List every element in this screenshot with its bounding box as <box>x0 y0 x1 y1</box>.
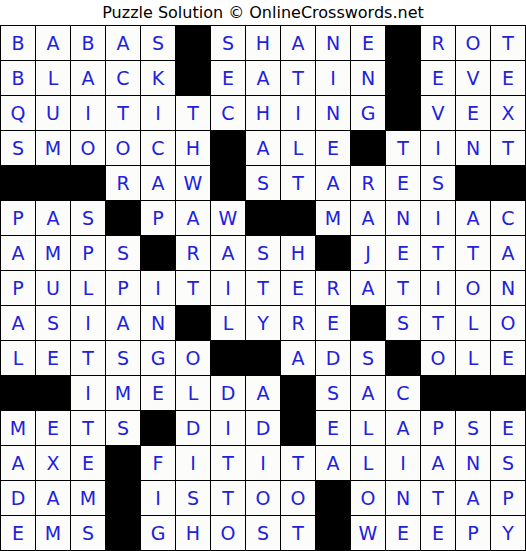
black-cell-r5c3 <box>71 166 106 201</box>
letter-cell-r3c10: N <box>316 96 351 131</box>
black-cell-r11c13 <box>421 376 456 411</box>
black-cell-r6c9 <box>281 201 316 236</box>
letter-cell-r11c12: C <box>386 376 421 411</box>
letter-cell-r10c13: O <box>421 341 456 376</box>
letter-cell-r6c7: W <box>211 201 246 236</box>
black-cell-r11c1 <box>1 376 36 411</box>
letter-cell-r2c13: E <box>421 61 456 96</box>
letter-cell-r15c13: E <box>421 516 456 551</box>
letter-cell-r13c1: A <box>1 446 36 481</box>
black-cell-r9c6 <box>176 306 211 341</box>
letter-cell-r15c7: O <box>211 516 246 551</box>
letter-cell-r6c11: A <box>351 201 386 236</box>
letter-cell-r14c14: A <box>456 481 491 516</box>
letter-cell-r15c14: P <box>456 516 491 551</box>
letter-cell-r12c12: A <box>386 411 421 446</box>
letter-cell-r8c11: A <box>351 271 386 306</box>
letter-cell-r2c2: L <box>36 61 71 96</box>
letter-cell-r6c5: P <box>141 201 176 236</box>
letter-cell-r7c14: T <box>456 236 491 271</box>
letter-cell-r3c7: C <box>211 96 246 131</box>
letter-cell-r7c9: H <box>281 236 316 271</box>
letter-cell-r9c9: R <box>281 306 316 341</box>
letter-cell-r8c14: O <box>456 271 491 306</box>
letter-cell-r5c12: E <box>386 166 421 201</box>
letter-cell-r10c1: L <box>1 341 36 376</box>
letter-cell-r12c7: I <box>211 411 246 446</box>
letter-cell-r13c15: S <box>491 446 526 481</box>
letter-cell-r14c6: S <box>176 481 211 516</box>
letter-cell-r9c1: A <box>1 306 36 341</box>
letter-cell-r15c1: E <box>1 516 36 551</box>
letter-cell-r15c11: W <box>351 516 386 551</box>
letter-cell-r3c9: I <box>281 96 316 131</box>
letter-cell-r11c10: S <box>316 376 351 411</box>
letter-cell-r9c4: A <box>106 306 141 341</box>
letter-cell-r15c6: H <box>176 516 211 551</box>
letter-cell-r3c11: G <box>351 96 386 131</box>
letter-cell-r13c9: T <box>281 446 316 481</box>
letter-cell-r1c5: S <box>141 26 176 61</box>
letter-cell-r14c12: N <box>386 481 421 516</box>
letter-cell-r12c6: D <box>176 411 211 446</box>
black-cell-r15c4 <box>106 516 141 551</box>
black-cell-r5c2 <box>36 166 71 201</box>
black-cell-r9c11 <box>351 306 386 341</box>
letter-cell-r12c4: S <box>106 411 141 446</box>
black-cell-r13c4 <box>106 446 141 481</box>
letter-cell-r2c1: B <box>1 61 36 96</box>
letter-cell-r8c6: T <box>176 271 211 306</box>
letter-cell-r4c12: T <box>386 131 421 166</box>
letter-cell-r11c6: L <box>176 376 211 411</box>
letter-cell-r2c5: K <box>141 61 176 96</box>
letter-cell-r15c12: E <box>386 516 421 551</box>
letter-cell-r10c3: T <box>71 341 106 376</box>
letter-cell-r12c10: E <box>316 411 351 446</box>
black-cell-r12c5 <box>141 411 176 446</box>
letter-cell-r1c13: R <box>421 26 456 61</box>
letter-cell-r1c4: A <box>106 26 141 61</box>
letter-cell-r15c9: T <box>281 516 316 551</box>
letter-cell-r13c7: T <box>211 446 246 481</box>
letter-cell-r13c14: N <box>456 446 491 481</box>
letter-cell-r8c7: I <box>211 271 246 306</box>
letter-cell-r6c14: A <box>456 201 491 236</box>
letter-cell-r1c8: H <box>246 26 281 61</box>
letter-cell-r3c14: E <box>456 96 491 131</box>
letter-cell-r2c9: T <box>281 61 316 96</box>
letter-cell-r9c14: L <box>456 306 491 341</box>
letter-cell-r10c15: E <box>491 341 526 376</box>
letter-cell-r7c15: A <box>491 236 526 271</box>
letter-cell-r9c15: O <box>491 306 526 341</box>
black-cell-r5c15 <box>491 166 526 201</box>
letter-cell-r4c5: C <box>141 131 176 166</box>
black-cell-r14c4 <box>106 481 141 516</box>
letter-cell-r8c5: I <box>141 271 176 306</box>
letter-cell-r8c2: U <box>36 271 71 306</box>
letter-cell-r3c4: T <box>106 96 141 131</box>
letter-cell-r5c11: R <box>351 166 386 201</box>
black-cell-r5c1 <box>1 166 36 201</box>
letter-cell-r10c4: S <box>106 341 141 376</box>
letter-cell-r13c2: X <box>36 446 71 481</box>
letter-cell-r5c9: T <box>281 166 316 201</box>
letter-cell-r4c4: O <box>106 131 141 166</box>
letter-cell-r1c14: O <box>456 26 491 61</box>
letter-cell-r1c1: B <box>1 26 36 61</box>
letter-cell-r6c2: A <box>36 201 71 236</box>
letter-cell-r11c4: M <box>106 376 141 411</box>
letter-cell-r12c2: E <box>36 411 71 446</box>
letter-cell-r10c14: L <box>456 341 491 376</box>
letter-cell-r13c13: A <box>421 446 456 481</box>
letter-cell-r7c6: R <box>176 236 211 271</box>
page: Puzzle Solution © OnlineCrosswords.net B… <box>0 0 526 551</box>
black-cell-r10c12 <box>386 341 421 376</box>
black-cell-r6c4 <box>106 201 141 236</box>
letter-cell-r10c2: E <box>36 341 71 376</box>
letter-cell-r8c4: P <box>106 271 141 306</box>
letter-cell-r5c5: A <box>141 166 176 201</box>
letter-cell-r5c13: S <box>421 166 456 201</box>
letter-cell-r4c8: A <box>246 131 281 166</box>
letter-cell-r11c3: I <box>71 376 106 411</box>
letter-cell-r9c3: I <box>71 306 106 341</box>
letter-cell-r5c10: A <box>316 166 351 201</box>
black-cell-r4c11 <box>351 131 386 166</box>
letter-cell-r3c2: U <box>36 96 71 131</box>
letter-cell-r2c15: E <box>491 61 526 96</box>
letter-cell-r11c7: D <box>211 376 246 411</box>
letter-cell-r1c2: A <box>36 26 71 61</box>
letter-cell-r1c11: E <box>351 26 386 61</box>
page-title: Puzzle Solution © OnlineCrosswords.net <box>102 3 424 22</box>
letter-cell-r1c7: S <box>211 26 246 61</box>
letter-cell-r12c14: S <box>456 411 491 446</box>
letter-cell-r9c2: S <box>36 306 71 341</box>
letter-cell-r14c13: T <box>421 481 456 516</box>
letter-cell-r1c9: A <box>281 26 316 61</box>
letter-cell-r8c15: N <box>491 271 526 306</box>
letter-cell-r14c15: P <box>491 481 526 516</box>
black-cell-r10c7 <box>211 341 246 376</box>
black-cell-r10c8 <box>246 341 281 376</box>
crossword-grid: BABASSHANEROTBLACKEATINEVEQUITITCHINGVEX… <box>0 25 526 551</box>
letter-cell-r4c9: L <box>281 131 316 166</box>
letter-cell-r10c9: A <box>281 341 316 376</box>
letter-cell-r9c12: S <box>386 306 421 341</box>
letter-cell-r12c13: P <box>421 411 456 446</box>
black-cell-r11c14 <box>456 376 491 411</box>
letter-cell-r7c12: E <box>386 236 421 271</box>
letter-cell-r3c15: X <box>491 96 526 131</box>
black-cell-r12c9 <box>281 411 316 446</box>
black-cell-r1c6 <box>176 26 211 61</box>
letter-cell-r9c5: N <box>141 306 176 341</box>
black-cell-r15c10 <box>316 516 351 551</box>
letter-cell-r12c3: T <box>71 411 106 446</box>
letter-cell-r9c10: E <box>316 306 351 341</box>
letter-cell-r5c8: S <box>246 166 281 201</box>
letter-cell-r3c5: I <box>141 96 176 131</box>
letter-cell-r13c12: I <box>386 446 421 481</box>
letter-cell-r8c3: L <box>71 271 106 306</box>
black-cell-r3c12 <box>386 96 421 131</box>
black-cell-r5c7 <box>211 166 246 201</box>
black-cell-r4c7 <box>211 131 246 166</box>
title-bar: Puzzle Solution © OnlineCrosswords.net <box>0 0 526 25</box>
letter-cell-r12c1: M <box>1 411 36 446</box>
letter-cell-r8c10: R <box>316 271 351 306</box>
letter-cell-r3c6: T <box>176 96 211 131</box>
letter-cell-r6c6: A <box>176 201 211 236</box>
letter-cell-r8c1: P <box>1 271 36 306</box>
letter-cell-r12c15: E <box>491 411 526 446</box>
letter-cell-r4c14: N <box>456 131 491 166</box>
letter-cell-r6c10: M <box>316 201 351 236</box>
letter-cell-r4c1: S <box>1 131 36 166</box>
black-cell-r5c14 <box>456 166 491 201</box>
letter-cell-r8c12: T <box>386 271 421 306</box>
letter-cell-r7c11: J <box>351 236 386 271</box>
letter-cell-r5c4: R <box>106 166 141 201</box>
letter-cell-r15c2: M <box>36 516 71 551</box>
letter-cell-r10c6: O <box>176 341 211 376</box>
letter-cell-r15c3: S <box>71 516 106 551</box>
letter-cell-r15c8: S <box>246 516 281 551</box>
letter-cell-r11c11: A <box>351 376 386 411</box>
letter-cell-r7c3: P <box>71 236 106 271</box>
letter-cell-r14c1: D <box>1 481 36 516</box>
letter-cell-r3c1: Q <box>1 96 36 131</box>
letter-cell-r2c3: A <box>71 61 106 96</box>
letter-cell-r4c10: E <box>316 131 351 166</box>
letter-cell-r1c15: T <box>491 26 526 61</box>
letter-cell-r2c11: N <box>351 61 386 96</box>
letter-cell-r8c8: T <box>246 271 281 306</box>
letter-cell-r15c15: Y <box>491 516 526 551</box>
letter-cell-r11c5: E <box>141 376 176 411</box>
letter-cell-r7c1: A <box>1 236 36 271</box>
black-cell-r7c5 <box>141 236 176 271</box>
letter-cell-r5c6: W <box>176 166 211 201</box>
letter-cell-r6c15: C <box>491 201 526 236</box>
letter-cell-r13c10: A <box>316 446 351 481</box>
black-cell-r11c2 <box>36 376 71 411</box>
letter-cell-r4c3: O <box>71 131 106 166</box>
letter-cell-r1c3: B <box>71 26 106 61</box>
letter-cell-r3c8: H <box>246 96 281 131</box>
letter-cell-r4c6: H <box>176 131 211 166</box>
letter-cell-r2c10: I <box>316 61 351 96</box>
letter-cell-r7c13: T <box>421 236 456 271</box>
black-cell-r6c8 <box>246 201 281 236</box>
letter-cell-r14c9: O <box>281 481 316 516</box>
letter-cell-r7c8: S <box>246 236 281 271</box>
letter-cell-r7c4: S <box>106 236 141 271</box>
letter-cell-r14c7: T <box>211 481 246 516</box>
letter-cell-r4c13: I <box>421 131 456 166</box>
letter-cell-r10c10: D <box>316 341 351 376</box>
letter-cell-r11c8: A <box>246 376 281 411</box>
black-cell-r14c10 <box>316 481 351 516</box>
letter-cell-r1c10: N <box>316 26 351 61</box>
black-cell-r1c12 <box>386 26 421 61</box>
letter-cell-r14c11: O <box>351 481 386 516</box>
letter-cell-r7c7: A <box>211 236 246 271</box>
letter-cell-r14c2: A <box>36 481 71 516</box>
letter-cell-r2c14: V <box>456 61 491 96</box>
letter-cell-r6c3: S <box>71 201 106 236</box>
letter-cell-r6c13: I <box>421 201 456 236</box>
letter-cell-r15c5: G <box>141 516 176 551</box>
letter-cell-r6c12: N <box>386 201 421 236</box>
letter-cell-r13c6: I <box>176 446 211 481</box>
letter-cell-r12c11: L <box>351 411 386 446</box>
letter-cell-r13c3: E <box>71 446 106 481</box>
black-cell-r7c10 <box>316 236 351 271</box>
letter-cell-r8c9: E <box>281 271 316 306</box>
black-cell-r2c6 <box>176 61 211 96</box>
letter-cell-r13c5: F <box>141 446 176 481</box>
black-cell-r2c12 <box>386 61 421 96</box>
letter-cell-r9c13: T <box>421 306 456 341</box>
letter-cell-r2c4: C <box>106 61 141 96</box>
letter-cell-r8c13: I <box>421 271 456 306</box>
letter-cell-r12c8: D <box>246 411 281 446</box>
letter-cell-r4c2: M <box>36 131 71 166</box>
letter-cell-r4c15: T <box>491 131 526 166</box>
letter-cell-r14c8: O <box>246 481 281 516</box>
letter-cell-r13c8: I <box>246 446 281 481</box>
letter-cell-r2c7: E <box>211 61 246 96</box>
letter-cell-r13c11: L <box>351 446 386 481</box>
letter-cell-r7c2: M <box>36 236 71 271</box>
letter-cell-r3c13: V <box>421 96 456 131</box>
letter-cell-r6c1: P <box>1 201 36 236</box>
black-cell-r11c9 <box>281 376 316 411</box>
letter-cell-r3c3: I <box>71 96 106 131</box>
letter-cell-r14c5: I <box>141 481 176 516</box>
letter-cell-r9c7: L <box>211 306 246 341</box>
letter-cell-r2c8: A <box>246 61 281 96</box>
letter-cell-r9c8: Y <box>246 306 281 341</box>
black-cell-r11c15 <box>491 376 526 411</box>
letter-cell-r10c11: S <box>351 341 386 376</box>
letter-cell-r14c3: M <box>71 481 106 516</box>
letter-cell-r10c5: G <box>141 341 176 376</box>
